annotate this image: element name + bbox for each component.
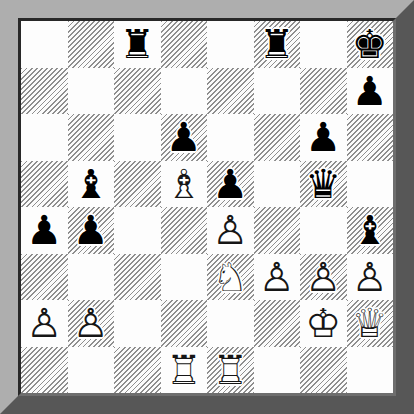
square-d6[interactable]: ♟♟: [161, 114, 208, 161]
white-pawn-e4: ♟♙: [207, 207, 254, 254]
square-a6[interactable]: [21, 114, 68, 161]
black-pawn-h7: ♟♟: [347, 68, 394, 115]
square-f2[interactable]: [254, 300, 301, 347]
square-d7[interactable]: [161, 68, 208, 115]
square-e4[interactable]: ♟♙: [207, 207, 254, 254]
square-c7[interactable]: [114, 68, 161, 115]
square-f8[interactable]: ♜♜: [254, 21, 301, 68]
white-pawn-g3: ♟♙: [300, 254, 347, 301]
square-f5[interactable]: [254, 161, 301, 208]
square-b3[interactable]: [68, 254, 115, 301]
square-g4[interactable]: [300, 207, 347, 254]
square-a1[interactable]: [21, 347, 68, 394]
square-a4[interactable]: ♟♟: [21, 207, 68, 254]
square-h2[interactable]: ♛♕: [347, 300, 394, 347]
white-pawn-a2: ♟♙: [21, 300, 68, 347]
square-g2[interactable]: ♚♔: [300, 300, 347, 347]
white-pawn-h3: ♟♙: [347, 254, 394, 301]
square-h4[interactable]: ♝♝: [347, 207, 394, 254]
square-a8[interactable]: [21, 21, 68, 68]
square-h6[interactable]: [347, 114, 394, 161]
square-h8[interactable]: ♚♚: [347, 21, 394, 68]
white-rook-d1: ♜♖: [161, 347, 208, 394]
square-c6[interactable]: [114, 114, 161, 161]
square-b8[interactable]: [68, 21, 115, 68]
square-g6[interactable]: ♟♟: [300, 114, 347, 161]
square-c2[interactable]: [114, 300, 161, 347]
square-c5[interactable]: [114, 161, 161, 208]
square-e8[interactable]: [207, 21, 254, 68]
square-f7[interactable]: [254, 68, 301, 115]
square-d1[interactable]: ♜♖: [161, 347, 208, 394]
square-b1[interactable]: [68, 347, 115, 394]
white-king-g2: ♚♔: [300, 300, 347, 347]
square-b4[interactable]: ♟♟: [68, 207, 115, 254]
square-g5[interactable]: ♛♛: [300, 161, 347, 208]
square-c4[interactable]: [114, 207, 161, 254]
black-pawn-d6: ♟♟: [161, 114, 208, 161]
square-a7[interactable]: [21, 68, 68, 115]
square-d2[interactable]: [161, 300, 208, 347]
white-knight-e3: ♞♘: [207, 254, 254, 301]
square-d8[interactable]: [161, 21, 208, 68]
square-f4[interactable]: [254, 207, 301, 254]
square-h1[interactable]: [347, 347, 394, 394]
square-e3[interactable]: ♞♘: [207, 254, 254, 301]
black-rook-c8: ♜♜: [114, 21, 161, 68]
square-h3[interactable]: ♟♙: [347, 254, 394, 301]
square-h7[interactable]: ♟♟: [347, 68, 394, 115]
square-c3[interactable]: [114, 254, 161, 301]
square-d5[interactable]: ♝♗: [161, 161, 208, 208]
board-frame: ♜♜♜♜♚♚♟♟♟♟♟♟♝♝♝♗♟♟♛♛♟♟♟♟♟♙♝♝♞♘♟♙♟♙♟♙♟♙♟♙…: [0, 0, 414, 414]
square-e2[interactable]: [207, 300, 254, 347]
square-g1[interactable]: [300, 347, 347, 394]
square-f6[interactable]: [254, 114, 301, 161]
white-bishop-d5: ♝♗: [161, 161, 208, 208]
square-e1[interactable]: ♜♖: [207, 347, 254, 394]
square-b7[interactable]: [68, 68, 115, 115]
square-g7[interactable]: [300, 68, 347, 115]
square-a5[interactable]: [21, 161, 68, 208]
board: ♜♜♜♜♚♚♟♟♟♟♟♟♝♝♝♗♟♟♛♛♟♟♟♟♟♙♝♝♞♘♟♙♟♙♟♙♟♙♟♙…: [21, 21, 393, 393]
square-c1[interactable]: [114, 347, 161, 394]
square-e5[interactable]: ♟♟: [207, 161, 254, 208]
black-bishop-h4: ♝♝: [347, 207, 394, 254]
black-king-h8: ♚♚: [347, 21, 394, 68]
black-queen-g5: ♛♛: [300, 161, 347, 208]
board-inner-border: ♜♜♜♜♚♚♟♟♟♟♟♟♝♝♝♗♟♟♛♛♟♟♟♟♟♙♝♝♞♘♟♙♟♙♟♙♟♙♟♙…: [18, 18, 396, 396]
square-f3[interactable]: ♟♙: [254, 254, 301, 301]
white-pawn-f3: ♟♙: [254, 254, 301, 301]
square-h5[interactable]: [347, 161, 394, 208]
black-rook-f8: ♜♜: [254, 21, 301, 68]
square-e6[interactable]: [207, 114, 254, 161]
black-pawn-g6: ♟♟: [300, 114, 347, 161]
black-pawn-e5: ♟♟: [207, 161, 254, 208]
square-d4[interactable]: [161, 207, 208, 254]
white-queen-h2: ♛♕: [347, 300, 394, 347]
square-g8[interactable]: [300, 21, 347, 68]
square-a2[interactable]: ♟♙: [21, 300, 68, 347]
white-rook-e1: ♜♖: [207, 347, 254, 394]
square-a3[interactable]: [21, 254, 68, 301]
black-bishop-b5: ♝♝: [68, 161, 115, 208]
square-f1[interactable]: [254, 347, 301, 394]
square-b6[interactable]: [68, 114, 115, 161]
square-c8[interactable]: ♜♜: [114, 21, 161, 68]
black-pawn-b4: ♟♟: [68, 207, 115, 254]
square-d3[interactable]: [161, 254, 208, 301]
black-pawn-a4: ♟♟: [21, 207, 68, 254]
square-e7[interactable]: [207, 68, 254, 115]
square-b5[interactable]: ♝♝: [68, 161, 115, 208]
white-pawn-b2: ♟♙: [68, 300, 115, 347]
square-b2[interactable]: ♟♙: [68, 300, 115, 347]
square-g3[interactable]: ♟♙: [300, 254, 347, 301]
